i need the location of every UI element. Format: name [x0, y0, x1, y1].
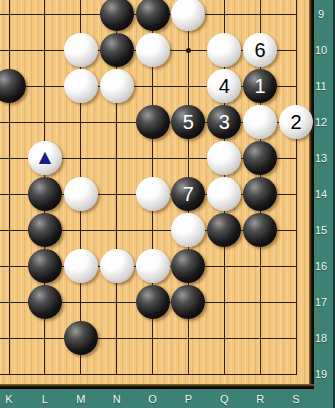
stone-O14-white[interactable] — [136, 177, 170, 211]
stone-Q12-black[interactable]: 3 — [207, 105, 241, 139]
stone-M14-white[interactable] — [64, 177, 98, 211]
stone-L15-black[interactable] — [28, 213, 62, 247]
column-label-O: O — [148, 393, 157, 405]
grid-line-row-18 — [0, 338, 297, 339]
go-board: 641532▲7 910111213141516171819 KLMNOPQRS — [0, 0, 335, 408]
stone-L13-white[interactable]: ▲ — [28, 141, 62, 175]
move-number-1: 1 — [255, 69, 266, 103]
move-number-5: 5 — [183, 105, 194, 139]
stone-R12-white[interactable] — [243, 105, 277, 139]
stone-L16-black[interactable] — [28, 249, 62, 283]
row-label-19: 19 — [315, 368, 327, 380]
column-label-K: K — [5, 393, 12, 405]
stone-N9-black[interactable] — [100, 0, 134, 31]
stone-R13-black[interactable] — [243, 141, 277, 175]
move-number-3: 3 — [219, 105, 230, 139]
move-number-4: 4 — [219, 69, 230, 103]
stone-O9-black[interactable] — [136, 0, 170, 31]
stone-M11-white[interactable] — [64, 69, 98, 103]
stone-Q13-white[interactable] — [207, 141, 241, 175]
column-label-N: N — [113, 393, 121, 405]
stone-Q14-white[interactable] — [207, 177, 241, 211]
column-label-S: S — [292, 393, 299, 405]
stone-N10-black[interactable] — [100, 33, 134, 67]
stone-M16-white[interactable] — [64, 249, 98, 283]
grid-line-col-K — [9, 0, 10, 375]
stone-Q10-white[interactable] — [207, 33, 241, 67]
stone-R11-black[interactable]: 1 — [243, 69, 277, 103]
stone-R15-black[interactable] — [243, 213, 277, 247]
row-label-15: 15 — [315, 224, 327, 236]
column-label-R: R — [256, 393, 264, 405]
row-label-12: 12 — [315, 116, 327, 128]
column-label-Q: Q — [220, 393, 229, 405]
move-number-6: 6 — [255, 33, 266, 67]
stone-M18-black[interactable] — [64, 321, 98, 355]
triangle-mark-icon: ▲ — [34, 140, 55, 174]
stone-M10-white[interactable] — [64, 33, 98, 67]
grid-line-row-19 — [0, 374, 297, 375]
stone-L17-black[interactable] — [28, 285, 62, 319]
column-label-strip — [0, 389, 335, 408]
column-label-P: P — [185, 393, 192, 405]
row-label-9: 9 — [318, 8, 324, 20]
row-label-strip — [314, 0, 335, 408]
row-label-10: 10 — [315, 44, 327, 56]
row-label-16: 16 — [315, 260, 327, 272]
grid-line-col-S — [296, 0, 297, 375]
move-number-2: 2 — [290, 105, 301, 139]
row-label-18: 18 — [315, 332, 327, 344]
stone-N11-white[interactable] — [100, 69, 134, 103]
stone-O16-white[interactable] — [136, 249, 170, 283]
stone-L14-black[interactable] — [28, 177, 62, 211]
stone-Q11-white[interactable]: 4 — [207, 69, 241, 103]
row-label-11: 11 — [315, 80, 326, 92]
star-point-P10 — [186, 48, 191, 53]
row-label-14: 14 — [315, 188, 327, 200]
move-number-7: 7 — [183, 177, 194, 211]
stone-O17-black[interactable] — [136, 285, 170, 319]
stone-R14-black[interactable] — [243, 177, 277, 211]
row-label-17: 17 — [315, 296, 327, 308]
stone-Q15-black[interactable] — [207, 213, 241, 247]
stone-S12-white[interactable]: 2 — [279, 105, 313, 139]
stone-O12-black[interactable] — [136, 105, 170, 139]
row-label-13: 13 — [315, 152, 327, 164]
column-label-L: L — [42, 393, 48, 405]
stone-O10-white[interactable] — [136, 33, 170, 67]
stone-R10-white[interactable]: 6 — [243, 33, 277, 67]
column-label-M: M — [76, 393, 85, 405]
stone-N16-white[interactable] — [100, 249, 134, 283]
